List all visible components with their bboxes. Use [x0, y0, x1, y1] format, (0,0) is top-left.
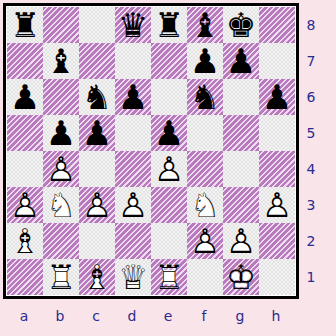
file-label-a: a: [6, 306, 42, 326]
square-c5[interactable]: ♟: [79, 115, 115, 151]
square-e4[interactable]: ♟♙: [151, 151, 187, 187]
square-g5[interactable]: [223, 115, 259, 151]
square-g2[interactable]: ♟♙: [223, 223, 259, 259]
square-d8[interactable]: ♛: [115, 7, 151, 43]
black-rook-icon: ♜: [151, 7, 187, 43]
file-label-c: c: [78, 306, 114, 326]
black-pawn[interactable]: ♟: [43, 115, 79, 151]
rank-labels: 87654321: [302, 7, 320, 295]
square-d4[interactable]: [115, 151, 151, 187]
square-g8[interactable]: ♚: [223, 7, 259, 43]
square-d6[interactable]: ♟: [115, 79, 151, 115]
square-a1[interactable]: [7, 259, 43, 295]
white-rook[interactable]: ♜♖: [151, 259, 187, 295]
chess-board: ♜♛♜♝♚♝♟♟♟♞♟♞♟♟♟♟♟♙♟♙♟♙♞♘♟♙♟♙♞♘♟♙♝♗♟♙♟♙♜♖…: [7, 7, 295, 295]
square-b1[interactable]: ♜♖: [43, 259, 79, 295]
black-pawn[interactable]: ♟: [151, 115, 187, 151]
square-f3[interactable]: ♞♘: [187, 187, 223, 223]
black-queen[interactable]: ♛: [115, 7, 151, 43]
white-pawn[interactable]: ♟♙: [223, 223, 259, 259]
black-king-icon: ♚: [223, 7, 259, 43]
white-bishop[interactable]: ♝♗: [79, 259, 115, 295]
square-h5[interactable]: [259, 115, 295, 151]
black-pawn-icon: ♟: [223, 43, 259, 79]
square-b5[interactable]: ♟: [43, 115, 79, 151]
black-bishop-icon: ♝: [187, 7, 223, 43]
square-c3[interactable]: ♟♙: [79, 187, 115, 223]
white-pawn[interactable]: ♟♙: [115, 187, 151, 223]
square-a8[interactable]: ♜: [7, 7, 43, 43]
white-pawn-icon: ♙: [79, 187, 115, 223]
black-knight[interactable]: ♞: [187, 79, 223, 115]
chess-diagram: ♜♛♜♝♚♝♟♟♟♞♟♞♟♟♟♟♟♙♟♙♟♙♞♘♟♙♟♙♞♘♟♙♝♗♟♙♟♙♜♖…: [0, 0, 336, 336]
white-pawn[interactable]: ♟♙: [79, 187, 115, 223]
square-a3[interactable]: ♟♙: [7, 187, 43, 223]
white-pawn-icon: ♙: [259, 187, 295, 223]
square-b8[interactable]: [43, 7, 79, 43]
black-knight-icon: ♞: [187, 79, 223, 115]
black-pawn[interactable]: ♟: [79, 115, 115, 151]
rank-label-4: 4: [302, 151, 320, 187]
square-f7[interactable]: ♟: [187, 43, 223, 79]
white-rook[interactable]: ♜♖: [43, 259, 79, 295]
file-label-e: e: [150, 306, 186, 326]
rank-label-2: 2: [302, 223, 320, 259]
square-h2[interactable]: [259, 223, 295, 259]
square-e6[interactable]: [151, 79, 187, 115]
square-f4[interactable]: [187, 151, 223, 187]
square-f2[interactable]: ♟♙: [187, 223, 223, 259]
square-g1[interactable]: ♚♔: [223, 259, 259, 295]
black-pawn[interactable]: ♟: [223, 43, 259, 79]
square-h1[interactable]: [259, 259, 295, 295]
square-b7[interactable]: ♝: [43, 43, 79, 79]
black-pawn-icon: ♟: [151, 115, 187, 151]
black-rook-icon: ♜: [7, 7, 43, 43]
square-g6[interactable]: [223, 79, 259, 115]
file-label-b: b: [42, 306, 78, 326]
rank-label-7: 7: [302, 43, 320, 79]
white-pawn[interactable]: ♟♙: [43, 151, 79, 187]
file-labels: abcdefgh: [6, 306, 294, 326]
square-c4[interactable]: [79, 151, 115, 187]
square-e8[interactable]: ♜: [151, 7, 187, 43]
square-b2[interactable]: [43, 223, 79, 259]
file-label-h: h: [258, 306, 294, 326]
white-pawn-icon: ♙: [7, 187, 43, 223]
rank-label-3: 3: [302, 187, 320, 223]
square-e7[interactable]: [151, 43, 187, 79]
square-h7[interactable]: [259, 43, 295, 79]
black-bishop[interactable]: ♝: [43, 43, 79, 79]
white-knight-icon: ♘: [43, 187, 79, 223]
black-pawn-icon: ♟: [187, 43, 223, 79]
black-queen-icon: ♛: [115, 7, 151, 43]
file-label-d: d: [114, 306, 150, 326]
white-pawn-icon: ♙: [151, 151, 187, 187]
black-pawn-icon: ♟: [115, 79, 151, 115]
black-pawn[interactable]: ♟: [115, 79, 151, 115]
white-knight[interactable]: ♞♘: [187, 187, 223, 223]
white-bishop-icon: ♗: [7, 223, 43, 259]
square-c6[interactable]: ♞: [79, 79, 115, 115]
rank-label-8: 8: [302, 7, 320, 43]
rank-label-5: 5: [302, 115, 320, 151]
square-c1[interactable]: ♝♗: [79, 259, 115, 295]
square-c8[interactable]: [79, 7, 115, 43]
black-pawn[interactable]: ♟: [259, 79, 295, 115]
file-label-f: f: [186, 306, 222, 326]
rank-label-1: 1: [302, 259, 320, 295]
white-pawn[interactable]: ♟♙: [7, 187, 43, 223]
square-a4[interactable]: [7, 151, 43, 187]
black-pawn[interactable]: ♟: [187, 43, 223, 79]
white-pawn-icon: ♙: [115, 187, 151, 223]
white-queen-icon: ♕: [115, 259, 151, 295]
square-c7[interactable]: [79, 43, 115, 79]
square-f6[interactable]: ♞: [187, 79, 223, 115]
white-bishop[interactable]: ♝♗: [7, 223, 43, 259]
square-a7[interactable]: [7, 43, 43, 79]
black-bishop[interactable]: ♝: [187, 7, 223, 43]
square-a6[interactable]: ♟: [7, 79, 43, 115]
chess-board-frame: ♜♛♜♝♚♝♟♟♟♞♟♞♟♟♟♟♟♙♟♙♟♙♞♘♟♙♟♙♞♘♟♙♝♗♟♙♟♙♜♖…: [3, 3, 299, 299]
white-pawn[interactable]: ♟♙: [151, 151, 187, 187]
square-a2[interactable]: ♝♗: [7, 223, 43, 259]
black-knight[interactable]: ♞: [79, 79, 115, 115]
black-pawn-icon: ♟: [259, 79, 295, 115]
black-rook[interactable]: ♜: [7, 7, 43, 43]
square-d2[interactable]: [115, 223, 151, 259]
square-b3[interactable]: ♞♘: [43, 187, 79, 223]
black-pawn[interactable]: ♟: [7, 79, 43, 115]
white-king[interactable]: ♚♔: [223, 259, 259, 295]
square-b6[interactable]: [43, 79, 79, 115]
black-pawn-icon: ♟: [79, 115, 115, 151]
white-pawn-icon: ♙: [223, 223, 259, 259]
square-c2[interactable]: [79, 223, 115, 259]
white-knight-icon: ♘: [187, 187, 223, 223]
rank-label-6: 6: [302, 79, 320, 115]
white-pawn-icon: ♙: [43, 151, 79, 187]
white-bishop-icon: ♗: [79, 259, 115, 295]
square-f5[interactable]: [187, 115, 223, 151]
square-h6[interactable]: ♟: [259, 79, 295, 115]
square-g3[interactable]: [223, 187, 259, 223]
square-h8[interactable]: [259, 7, 295, 43]
black-pawn-icon: ♟: [7, 79, 43, 115]
square-g7[interactable]: ♟: [223, 43, 259, 79]
white-pawn-icon: ♙: [187, 223, 223, 259]
black-knight-icon: ♞: [79, 79, 115, 115]
square-d7[interactable]: [115, 43, 151, 79]
square-h4[interactable]: [259, 151, 295, 187]
white-king-icon: ♔: [223, 259, 259, 295]
square-b4[interactable]: ♟♙: [43, 151, 79, 187]
square-e2[interactable]: [151, 223, 187, 259]
white-rook-icon: ♖: [43, 259, 79, 295]
square-e5[interactable]: ♟: [151, 115, 187, 151]
square-d5[interactable]: [115, 115, 151, 151]
black-rook[interactable]: ♜: [151, 7, 187, 43]
square-g4[interactable]: [223, 151, 259, 187]
square-d3[interactable]: ♟♙: [115, 187, 151, 223]
white-pawn[interactable]: ♟♙: [187, 223, 223, 259]
square-e3[interactable]: [151, 187, 187, 223]
white-queen[interactable]: ♛♕: [115, 259, 151, 295]
black-bishop-icon: ♝: [43, 43, 79, 79]
square-a5[interactable]: [7, 115, 43, 151]
square-f1[interactable]: [187, 259, 223, 295]
white-rook-icon: ♖: [151, 259, 187, 295]
white-knight[interactable]: ♞♘: [43, 187, 79, 223]
black-pawn-icon: ♟: [43, 115, 79, 151]
square-e1[interactable]: ♜♖: [151, 259, 187, 295]
white-pawn[interactable]: ♟♙: [259, 187, 295, 223]
square-d1[interactable]: ♛♕: [115, 259, 151, 295]
square-h3[interactable]: ♟♙: [259, 187, 295, 223]
square-f8[interactable]: ♝: [187, 7, 223, 43]
black-king[interactable]: ♚: [223, 7, 259, 43]
file-label-g: g: [222, 306, 258, 326]
